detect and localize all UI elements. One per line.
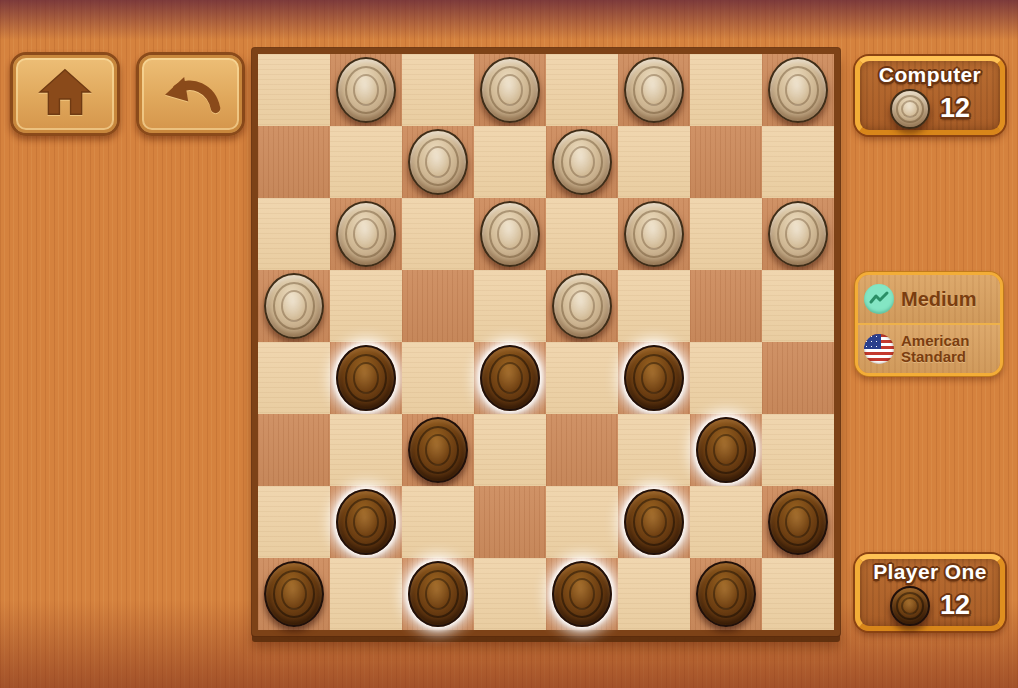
square-r5c6[interactable] <box>690 414 762 486</box>
square-r5c5 <box>618 414 690 486</box>
checker-light[interactable] <box>624 201 684 267</box>
square-r4c0 <box>258 342 330 414</box>
player-one-piece-count: 12 <box>940 590 970 621</box>
square-r7c0[interactable] <box>258 558 330 630</box>
square-r5c0[interactable] <box>258 414 330 486</box>
checkers-board <box>252 48 840 636</box>
square-r3c2[interactable] <box>402 270 474 342</box>
checker-light[interactable] <box>336 57 396 123</box>
square-r1c4[interactable] <box>546 126 618 198</box>
checker-dark[interactable] <box>768 489 828 555</box>
square-r3c7 <box>762 270 834 342</box>
square-r7c6[interactable] <box>690 558 762 630</box>
square-r2c5[interactable] <box>618 198 690 270</box>
square-r5c3 <box>474 414 546 486</box>
checker-dark[interactable] <box>552 561 612 627</box>
checker-light[interactable] <box>552 273 612 339</box>
player-one-panel: Player One 12 <box>855 554 1005 631</box>
square-r0c0 <box>258 54 330 126</box>
checker-dark[interactable] <box>624 489 684 555</box>
checker-dark[interactable] <box>696 561 756 627</box>
square-r4c5[interactable] <box>618 342 690 414</box>
square-r3c3 <box>474 270 546 342</box>
square-r1c6[interactable] <box>690 126 762 198</box>
checker-light[interactable] <box>624 57 684 123</box>
computer-panel: Computer 12 <box>855 56 1005 135</box>
square-r0c6 <box>690 54 762 126</box>
square-r2c0 <box>258 198 330 270</box>
difficulty-label: Medium <box>901 288 977 311</box>
square-r4c1[interactable] <box>330 342 402 414</box>
square-r4c4 <box>546 342 618 414</box>
variant-badge[interactable]: American Standard <box>858 323 1000 373</box>
checker-dark[interactable] <box>264 561 324 627</box>
checker-dark[interactable] <box>408 561 468 627</box>
dark-checker-icon <box>890 586 930 626</box>
home-icon <box>37 67 93 121</box>
square-r4c7[interactable] <box>762 342 834 414</box>
square-r7c4[interactable] <box>546 558 618 630</box>
square-r6c6 <box>690 486 762 558</box>
square-r7c1 <box>330 558 402 630</box>
game-settings-badges: Medium American Standard <box>855 272 1003 376</box>
square-r7c7 <box>762 558 834 630</box>
square-r1c0[interactable] <box>258 126 330 198</box>
square-r3c1 <box>330 270 402 342</box>
difficulty-badge[interactable]: Medium <box>858 275 1000 323</box>
checker-light[interactable] <box>552 129 612 195</box>
checker-dark[interactable] <box>336 345 396 411</box>
square-r0c4 <box>546 54 618 126</box>
square-r2c3[interactable] <box>474 198 546 270</box>
square-r0c5[interactable] <box>618 54 690 126</box>
undo-button[interactable] <box>136 52 245 136</box>
us-flag-icon <box>864 334 894 364</box>
difficulty-zigzag-icon <box>864 284 894 314</box>
checker-light[interactable] <box>480 57 540 123</box>
square-r0c1[interactable] <box>330 54 402 126</box>
player-one-name: Player One <box>873 560 987 584</box>
square-r7c5 <box>618 558 690 630</box>
square-r1c1 <box>330 126 402 198</box>
square-r6c3[interactable] <box>474 486 546 558</box>
square-r3c5 <box>618 270 690 342</box>
square-r0c3[interactable] <box>474 54 546 126</box>
square-r5c1 <box>330 414 402 486</box>
checker-light[interactable] <box>408 129 468 195</box>
square-r1c3 <box>474 126 546 198</box>
square-r3c0[interactable] <box>258 270 330 342</box>
square-r4c3[interactable] <box>474 342 546 414</box>
square-r5c7 <box>762 414 834 486</box>
square-r2c2 <box>402 198 474 270</box>
home-button[interactable] <box>10 52 120 136</box>
square-r6c5[interactable] <box>618 486 690 558</box>
light-checker-icon <box>890 89 930 129</box>
square-r0c2 <box>402 54 474 126</box>
checker-light[interactable] <box>264 273 324 339</box>
square-r3c6[interactable] <box>690 270 762 342</box>
checker-dark[interactable] <box>624 345 684 411</box>
square-r7c3 <box>474 558 546 630</box>
square-r3c4[interactable] <box>546 270 618 342</box>
checker-light[interactable] <box>768 201 828 267</box>
square-r1c7 <box>762 126 834 198</box>
checker-dark[interactable] <box>480 345 540 411</box>
square-r6c4 <box>546 486 618 558</box>
square-r6c2 <box>402 486 474 558</box>
square-r2c6 <box>690 198 762 270</box>
square-r4c2 <box>402 342 474 414</box>
square-r7c2[interactable] <box>402 558 474 630</box>
square-r6c0 <box>258 486 330 558</box>
square-r5c4[interactable] <box>546 414 618 486</box>
checker-dark[interactable] <box>696 417 756 483</box>
checker-dark[interactable] <box>408 417 468 483</box>
square-r6c1[interactable] <box>330 486 402 558</box>
square-r5c2[interactable] <box>402 414 474 486</box>
square-r1c5 <box>618 126 690 198</box>
checker-light[interactable] <box>768 57 828 123</box>
computer-name: Computer <box>879 63 981 87</box>
square-r2c7[interactable] <box>762 198 834 270</box>
square-r6c7[interactable] <box>762 486 834 558</box>
undo-icon <box>161 68 221 120</box>
square-r0c7[interactable] <box>762 54 834 126</box>
square-r4c6 <box>690 342 762 414</box>
computer-piece-count: 12 <box>940 93 970 124</box>
checker-light[interactable] <box>336 201 396 267</box>
checker-dark[interactable] <box>336 489 396 555</box>
square-r2c4 <box>546 198 618 270</box>
square-r2c1[interactable] <box>330 198 402 270</box>
checker-light[interactable] <box>480 201 540 267</box>
variant-label: American Standard <box>901 333 994 366</box>
square-r1c2[interactable] <box>402 126 474 198</box>
